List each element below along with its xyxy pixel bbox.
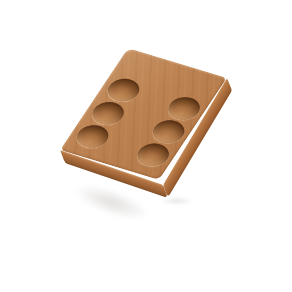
pit-b3[interactable] <box>132 140 174 169</box>
pit-b1[interactable] <box>163 93 205 122</box>
pit-a3[interactable] <box>72 121 114 150</box>
pit-a1[interactable] <box>103 75 145 104</box>
pit-a2[interactable] <box>87 98 129 127</box>
pit-b2[interactable] <box>148 116 190 145</box>
photo-background <box>0 0 292 292</box>
board-corner-shadow <box>158 196 204 206</box>
